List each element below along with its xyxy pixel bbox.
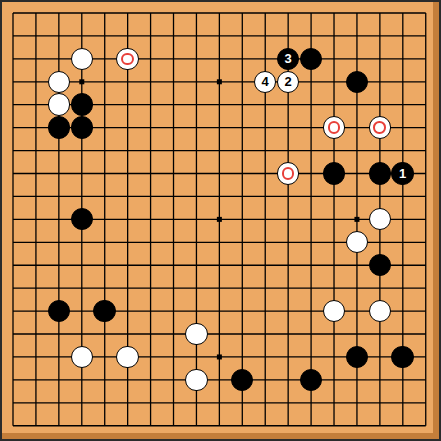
go-stone-black[interactable] (48, 300, 70, 322)
move-number-label: 4 (262, 75, 269, 88)
go-stone-white[interactable] (48, 93, 70, 115)
go-stone-black[interactable] (323, 162, 345, 184)
circle-marker (373, 121, 386, 134)
go-stone-move-4[interactable]: 4 (254, 71, 276, 93)
go-stone-white[interactable] (277, 162, 299, 184)
go-stone-black[interactable] (71, 93, 93, 115)
go-board[interactable]: 3421 (0, 0, 441, 441)
go-stone-move-1[interactable]: 1 (391, 162, 413, 184)
go-stone-white[interactable] (323, 116, 345, 138)
go-stone-white[interactable] (71, 346, 93, 368)
go-stone-black[interactable] (346, 346, 368, 368)
go-stone-black[interactable] (48, 116, 70, 138)
move-number-label: 1 (399, 167, 406, 180)
go-stone-black[interactable] (369, 162, 391, 184)
go-stone-white[interactable] (369, 208, 391, 230)
go-stone-white[interactable] (71, 48, 93, 70)
move-number-label: 3 (284, 52, 291, 65)
circle-marker (121, 53, 134, 66)
go-stone-black[interactable] (71, 208, 93, 230)
move-number-label: 2 (284, 75, 291, 88)
go-stone-move-2[interactable]: 2 (277, 71, 299, 93)
go-stone-white[interactable] (346, 231, 368, 253)
go-stone-black[interactable] (300, 48, 322, 70)
circle-marker (328, 121, 341, 134)
go-stone-black[interactable] (93, 300, 115, 322)
go-stone-move-3[interactable]: 3 (277, 48, 299, 70)
go-stone-black[interactable] (300, 369, 322, 391)
circle-marker (282, 167, 295, 180)
go-stone-white[interactable] (48, 71, 70, 93)
go-stone-white[interactable] (116, 48, 138, 70)
go-stone-white[interactable] (185, 323, 207, 345)
go-stone-white[interactable] (323, 300, 345, 322)
go-stone-black[interactable] (346, 71, 368, 93)
go-stone-white[interactable] (369, 116, 391, 138)
go-stone-black[interactable] (71, 116, 93, 138)
go-stone-black[interactable] (391, 346, 413, 368)
board-grid[interactable]: 3421 (2, 2, 438, 438)
go-stone-white[interactable] (116, 346, 138, 368)
go-stone-black[interactable] (369, 254, 391, 276)
go-stone-white[interactable] (185, 369, 207, 391)
go-stone-white[interactable] (369, 300, 391, 322)
go-stone-black[interactable] (231, 369, 253, 391)
